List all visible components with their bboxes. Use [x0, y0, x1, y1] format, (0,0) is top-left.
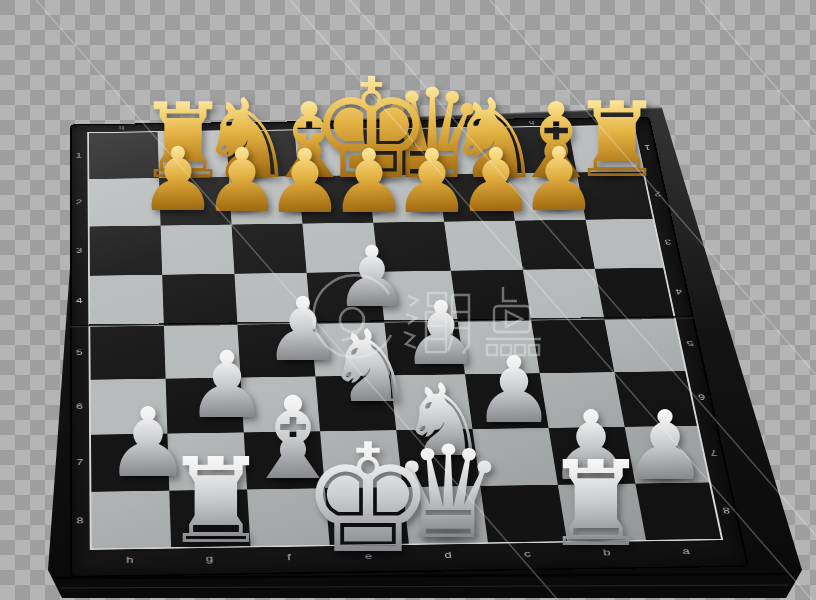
file-label: e	[328, 551, 408, 561]
file-label: h	[90, 555, 170, 565]
file-label-far: h	[87, 125, 156, 131]
rank-label: 3	[70, 225, 88, 274]
file-label: a	[645, 546, 726, 556]
chess-board: hgfedcba hgfedcba 12345678 12345678	[70, 117, 749, 578]
photo-canvas: { "game": "chess", "scene_title": "Foldi…	[0, 0, 816, 600]
file-label-far: c	[429, 120, 498, 126]
file-label: b	[566, 547, 647, 557]
rank-labels-left: 12345678	[70, 132, 90, 550]
rank-label: 2	[70, 178, 88, 226]
file-labels-near: hgfedcba	[90, 546, 727, 565]
rank-label: 1	[70, 132, 87, 178]
board-squares	[87, 125, 723, 550]
rank-label: 5	[70, 326, 89, 379]
file-label: d	[408, 550, 489, 560]
rank-label: 8	[70, 491, 90, 551]
file-label-far: f	[224, 123, 293, 129]
rank-label: 4	[70, 275, 88, 326]
rank-label: 6	[70, 379, 89, 434]
file-label: f	[249, 552, 329, 562]
file-label: c	[487, 549, 568, 559]
file-label-far: d	[360, 121, 429, 127]
file-label-far: a	[565, 118, 634, 124]
file-label-far: g	[156, 124, 225, 130]
file-label-far: b	[497, 119, 566, 125]
file-label-far: e	[292, 122, 361, 128]
rank-label: 7	[70, 433, 89, 490]
file-label: g	[169, 553, 249, 563]
